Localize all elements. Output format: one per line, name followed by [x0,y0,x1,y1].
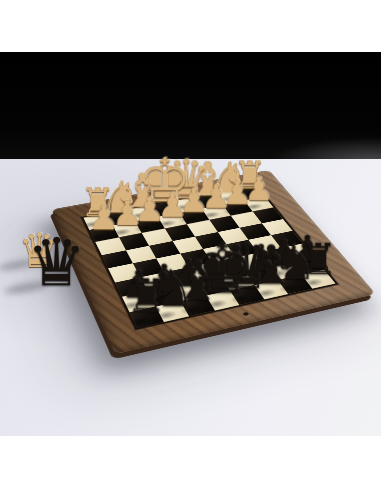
black-backdrop [0,52,381,159]
frame-dot [242,312,249,316]
chess-product-photo: ♜♞♝♚♛♝♞♜♟♟♟♟♟♟♟♟♟♟♟♟♟♟♟♟♜♞♝♚♛♝♞♜ ♛ ♛ [0,0,381,492]
playfield: ♜♞♝♚♛♝♞♜♟♟♟♟♟♟♟♟♟♟♟♟♟♟♟♟♜♞♝♚♛♝♞♜ [84,186,336,328]
piece-black-rook-h8[interactable]: ♜ [109,274,184,319]
spare-black-queen[interactable]: ♛ [27,230,86,296]
square-h8[interactable]: ♜ [129,306,163,327]
background-top-band [0,0,381,52]
background-bottom-band [0,436,381,492]
square-h2[interactable]: ♟ [89,225,118,242]
